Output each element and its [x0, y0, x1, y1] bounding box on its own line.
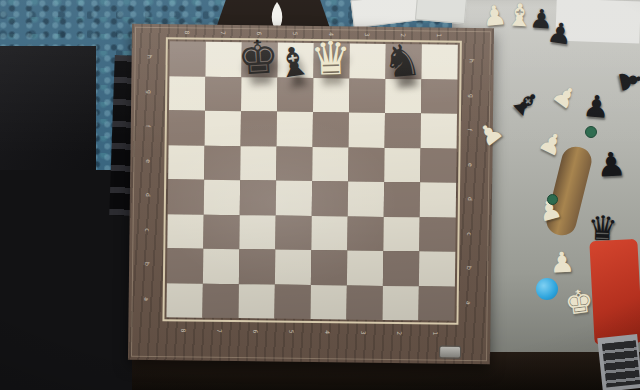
coord-bottom-8: 8 — [180, 328, 186, 332]
red-case — [589, 239, 640, 345]
white-paper — [555, 0, 640, 43]
coord-bottom-7: 7 — [216, 329, 222, 333]
coord-right-g: g — [468, 94, 474, 98]
coord-left-g: g — [146, 90, 152, 94]
coord-left-a: a — [144, 297, 150, 301]
coord-left-b: b — [144, 262, 150, 266]
coord-top-5: 5 — [292, 32, 298, 36]
coord-right-h: h — [469, 59, 475, 63]
folded-board-2 — [415, 0, 467, 24]
laptop-keys — [602, 340, 640, 387]
coord-top-4: 4 — [328, 32, 334, 36]
coord-right-e: e — [467, 163, 473, 167]
coord-right-a: a — [466, 301, 472, 305]
coord-bottom-3: 3 — [360, 331, 366, 335]
coord-top-1: 1 — [436, 34, 442, 38]
coord-top-7: 7 — [220, 31, 226, 35]
coord-right-b: b — [466, 266, 472, 270]
coord-left-c: c — [144, 228, 150, 231]
laptop-edge — [597, 334, 640, 390]
coord-top-6: 6 — [256, 31, 262, 35]
coord-right-f: f — [467, 129, 473, 131]
coord-left-f: f — [145, 125, 151, 127]
coord-top-2: 2 — [400, 33, 406, 37]
blue-bottle-cap — [536, 278, 558, 300]
chessboard: ♚♝♛♞ 8765432187654321hgfedcbahgfedcba — [128, 24, 494, 364]
photo-scene: ♚♝♛♞ 8765432187654321hgfedcbahgfedcba ♟♝… — [0, 0, 640, 390]
coord-top-3: 3 — [364, 33, 370, 37]
coord-top-8: 8 — [184, 31, 190, 35]
board-coordinates: 8765432187654321hgfedcbahgfedcba — [128, 24, 494, 364]
coord-bottom-6: 6 — [252, 329, 258, 333]
coord-bottom-1: 1 — [432, 332, 438, 336]
coord-left-d: d — [145, 193, 151, 197]
coord-right-c: c — [466, 232, 472, 235]
coord-left-h: h — [147, 55, 153, 59]
coord-bottom-4: 4 — [324, 330, 330, 334]
board-latch — [439, 346, 461, 359]
coord-bottom-2: 2 — [396, 331, 402, 335]
coord-left-e: e — [145, 159, 151, 163]
coord-bottom-5: 5 — [288, 330, 294, 334]
coord-right-d: d — [467, 197, 473, 201]
